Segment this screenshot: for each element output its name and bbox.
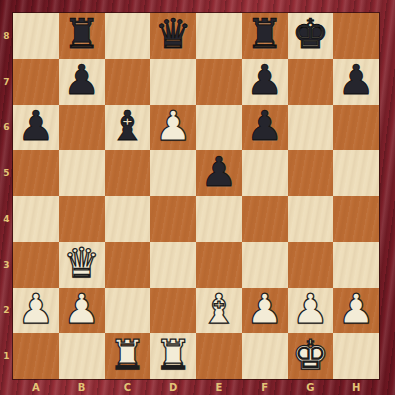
square-b5[interactable] [59,150,105,196]
file-label-c: C [105,379,151,395]
square-a2[interactable]: ♟ [13,288,59,334]
piece-black-bishop: ♝ [109,106,146,147]
piece-black-pawn: ♟ [246,60,283,101]
square-c5[interactable] [105,150,151,196]
square-e3[interactable] [196,242,242,288]
file-label-h: H [333,379,379,395]
square-d4[interactable] [150,196,196,242]
square-g6[interactable] [288,105,334,151]
piece-white-rook: ♜ [109,335,146,376]
rank-label-1: 1 [0,333,13,379]
square-f4[interactable] [242,196,288,242]
square-b7[interactable]: ♟ [59,59,105,105]
square-c6[interactable]: ♝ [105,105,151,151]
square-b6[interactable] [59,105,105,151]
piece-white-queen: ♛ [63,243,100,284]
square-h7[interactable]: ♟ [333,59,379,105]
piece-black-rook: ♜ [246,14,283,55]
square-b4[interactable] [59,196,105,242]
square-f5[interactable] [242,150,288,196]
piece-white-pawn: ♟ [246,289,283,330]
square-d2[interactable] [150,288,196,334]
square-d3[interactable] [150,242,196,288]
square-a3[interactable] [13,242,59,288]
square-f1[interactable] [242,333,288,379]
piece-black-pawn: ♟ [17,106,54,147]
square-h2[interactable]: ♟ [333,288,379,334]
square-e5[interactable]: ♟ [196,150,242,196]
square-g3[interactable] [288,242,334,288]
square-d5[interactable] [150,150,196,196]
board-frame: 87654321 ABCDEFGH ♜♛♜♚♟♟♟♟♝♟♟♟♛♟♟♝♟♟♟♜♜♚ [0,0,395,395]
square-d8[interactable]: ♛ [150,13,196,59]
square-h1[interactable] [333,333,379,379]
square-d1[interactable]: ♜ [150,333,196,379]
piece-black-pawn: ♟ [246,106,283,147]
piece-black-pawn: ♟ [63,60,100,101]
file-label-a: A [13,379,59,395]
square-e8[interactable] [196,13,242,59]
piece-black-pawn: ♟ [200,152,237,193]
square-a8[interactable] [13,13,59,59]
file-label-g: G [288,379,334,395]
file-label-d: D [150,379,196,395]
rank-label-7: 7 [0,59,13,105]
square-a4[interactable] [13,196,59,242]
square-g8[interactable]: ♚ [288,13,334,59]
square-h4[interactable] [333,196,379,242]
square-b2[interactable]: ♟ [59,288,105,334]
square-b3[interactable]: ♛ [59,242,105,288]
piece-black-king: ♚ [292,14,329,55]
piece-white-pawn: ♟ [338,289,375,330]
piece-white-pawn: ♟ [292,289,329,330]
rank-labels: 87654321 [0,13,13,379]
piece-black-queen: ♛ [155,14,192,55]
piece-white-pawn: ♟ [63,289,100,330]
square-f8[interactable]: ♜ [242,13,288,59]
piece-black-rook: ♜ [63,14,100,55]
square-c2[interactable] [105,288,151,334]
square-e2[interactable]: ♝ [196,288,242,334]
file-label-e: E [196,379,242,395]
square-e7[interactable] [196,59,242,105]
file-labels: ABCDEFGH [13,379,379,395]
square-g5[interactable] [288,150,334,196]
square-a1[interactable] [13,333,59,379]
square-b8[interactable]: ♜ [59,13,105,59]
square-c7[interactable] [105,59,151,105]
file-label-f: F [242,379,288,395]
piece-white-bishop: ♝ [200,289,237,330]
square-c8[interactable] [105,13,151,59]
square-a6[interactable]: ♟ [13,105,59,151]
piece-white-king: ♚ [292,335,329,376]
square-h5[interactable] [333,150,379,196]
square-a7[interactable] [13,59,59,105]
square-e1[interactable] [196,333,242,379]
square-g2[interactable]: ♟ [288,288,334,334]
square-f2[interactable]: ♟ [242,288,288,334]
rank-label-8: 8 [0,13,13,59]
rank-label-2: 2 [0,288,13,334]
square-c1[interactable]: ♜ [105,333,151,379]
square-c4[interactable] [105,196,151,242]
piece-black-pawn: ♟ [338,60,375,101]
square-h3[interactable] [333,242,379,288]
square-f6[interactable]: ♟ [242,105,288,151]
rank-label-6: 6 [0,105,13,151]
square-d7[interactable] [150,59,196,105]
square-a5[interactable] [13,150,59,196]
piece-white-rook: ♜ [155,335,192,376]
square-e6[interactable] [196,105,242,151]
square-d6[interactable]: ♟ [150,105,196,151]
rank-label-4: 4 [0,196,13,242]
square-f7[interactable]: ♟ [242,59,288,105]
square-h6[interactable] [333,105,379,151]
piece-white-pawn: ♟ [155,106,192,147]
piece-white-pawn: ♟ [17,289,54,330]
square-c3[interactable] [105,242,151,288]
square-g7[interactable] [288,59,334,105]
square-g1[interactable]: ♚ [288,333,334,379]
square-f3[interactable] [242,242,288,288]
square-g4[interactable] [288,196,334,242]
square-h8[interactable] [333,13,379,59]
square-e4[interactable] [196,196,242,242]
rank-label-5: 5 [0,150,13,196]
square-b1[interactable] [59,333,105,379]
file-label-b: B [59,379,105,395]
rank-label-3: 3 [0,242,13,288]
chess-board: ♜♛♜♚♟♟♟♟♝♟♟♟♛♟♟♝♟♟♟♜♜♚ [13,13,379,379]
